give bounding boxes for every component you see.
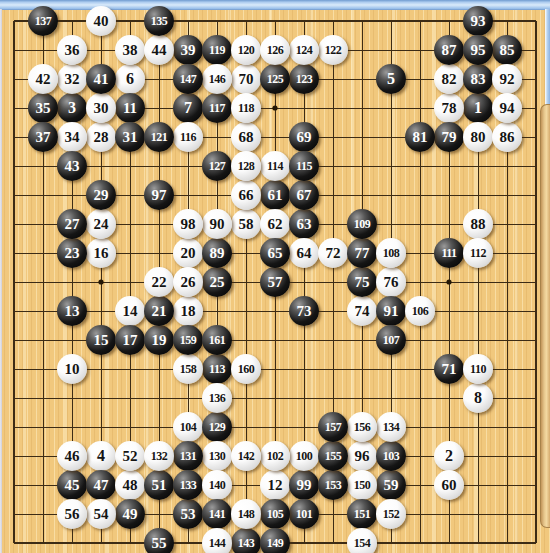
stone-black-15: 15 [86,325,116,355]
stone-white-74: 74 [347,296,377,326]
stone-white-82: 82 [434,64,464,94]
stone-black-137: 137 [28,6,58,36]
stone-black-41: 41 [86,64,116,94]
stone-black-63: 63 [289,209,319,239]
stone-black-105: 105 [260,499,290,529]
stone-black-101: 101 [289,499,319,529]
stone-black-11: 11 [115,93,145,123]
stone-white-114: 114 [260,151,290,181]
stone-black-79: 79 [434,122,464,152]
stone-black-75: 75 [347,267,377,297]
stone-white-140: 140 [202,470,232,500]
stone-white-90: 90 [202,209,232,239]
stone-black-99: 99 [289,470,319,500]
stone-white-126: 126 [260,35,290,65]
stone-black-71: 71 [434,354,464,384]
stone-black-31: 31 [115,122,145,152]
stone-white-98: 98 [173,209,203,239]
stone-white-100: 100 [289,441,319,471]
stone-black-59: 59 [376,470,406,500]
right-scrollbar-edge[interactable] [540,104,550,528]
stone-white-104: 104 [173,412,203,442]
stone-white-96: 96 [347,441,377,471]
hoshi-point [272,105,277,110]
stone-black-73: 73 [289,296,319,326]
stone-white-16: 16 [86,238,116,268]
stone-black-129: 129 [202,412,232,442]
stone-black-111: 111 [434,238,464,268]
stone-white-78: 78 [434,93,464,123]
stone-white-2: 2 [434,441,464,471]
stone-black-23: 23 [57,238,87,268]
stone-black-109: 109 [347,209,377,239]
stone-white-86: 86 [492,122,522,152]
stone-white-118: 118 [231,93,261,123]
stone-white-152: 152 [376,499,406,529]
stone-black-27: 27 [57,209,87,239]
stone-white-132: 132 [144,441,174,471]
stone-black-13: 13 [57,296,87,326]
stone-black-103: 103 [376,441,406,471]
stone-white-134: 134 [376,412,406,442]
stone-black-25: 25 [202,267,232,297]
stone-black-55: 55 [144,528,174,553]
stone-white-148: 148 [231,499,261,529]
stone-black-57: 57 [260,267,290,297]
stone-black-7: 7 [173,93,203,123]
stone-black-89: 89 [202,238,232,268]
stone-white-54: 54 [86,499,116,529]
stone-black-95: 95 [463,35,493,65]
window-left-edge [0,9,2,553]
stone-black-81: 81 [405,122,435,152]
stone-white-46: 46 [57,441,87,471]
stone-white-36: 36 [57,35,87,65]
stone-black-161: 161 [202,325,232,355]
stone-black-69: 69 [289,122,319,152]
stone-black-51: 51 [144,470,174,500]
stone-white-70: 70 [231,64,261,94]
stone-white-42: 42 [28,64,58,94]
stone-white-24: 24 [86,209,116,239]
stone-black-67: 67 [289,180,319,210]
stone-white-122: 122 [318,35,348,65]
stone-black-35: 35 [28,93,58,123]
stone-black-19: 19 [144,325,174,355]
stone-black-93: 93 [463,6,493,36]
stone-white-64: 64 [289,238,319,268]
stone-black-153: 153 [318,470,348,500]
stone-black-53: 53 [173,499,203,529]
stone-white-124: 124 [289,35,319,65]
stone-white-28: 28 [86,122,116,152]
stone-white-158: 158 [173,354,203,384]
stone-black-107: 107 [376,325,406,355]
stone-black-143: 143 [231,528,261,553]
stone-white-60: 60 [434,470,464,500]
stone-white-146: 146 [202,64,232,94]
stone-black-17: 17 [115,325,145,355]
stone-black-131: 131 [173,441,203,471]
stone-white-136: 136 [202,383,232,413]
stone-black-3: 3 [57,93,87,123]
stone-white-6: 6 [115,64,145,94]
stone-black-29: 29 [86,180,116,210]
stone-white-10: 10 [57,354,87,384]
stone-black-37: 37 [28,122,58,152]
stone-black-91: 91 [376,296,406,326]
stone-white-80: 80 [463,122,493,152]
stone-white-22: 22 [144,267,174,297]
stone-white-8: 8 [463,383,493,413]
stone-white-102: 102 [260,441,290,471]
stone-white-120: 120 [231,35,261,65]
stone-white-144: 144 [202,528,232,553]
stone-black-125: 125 [260,64,290,94]
stone-black-87: 87 [434,35,464,65]
stone-white-30: 30 [86,93,116,123]
stone-white-18: 18 [173,296,203,326]
stone-white-94: 94 [492,93,522,123]
stone-white-72: 72 [318,238,348,268]
stone-white-48: 48 [115,470,145,500]
stone-white-38: 38 [115,35,145,65]
stone-white-88: 88 [463,209,493,239]
stone-white-44: 44 [144,35,174,65]
stone-white-66: 66 [231,180,261,210]
stone-black-113: 113 [202,354,232,384]
stone-white-142: 142 [231,441,261,471]
stone-black-133: 133 [173,470,203,500]
stone-black-77: 77 [347,238,377,268]
hoshi-point [98,279,103,284]
stone-black-45: 45 [57,470,87,500]
stone-white-58: 58 [231,209,261,239]
stone-black-83: 83 [463,64,493,94]
stone-black-119: 119 [202,35,232,65]
go-board[interactable]: 1234567810111213141516171819202122232425… [0,0,550,553]
stone-white-112: 112 [463,238,493,268]
stone-black-149: 149 [260,528,290,553]
stone-white-4: 4 [86,441,116,471]
stone-white-34: 34 [57,122,87,152]
stone-black-135: 135 [144,6,174,36]
stone-white-154: 154 [347,528,377,553]
stone-white-130: 130 [202,441,232,471]
stone-white-128: 128 [231,151,261,181]
stone-black-155: 155 [318,441,348,471]
stone-black-159: 159 [173,325,203,355]
stone-black-85: 85 [492,35,522,65]
stone-white-12: 12 [260,470,290,500]
stone-black-117: 117 [202,93,232,123]
stone-black-115: 115 [289,151,319,181]
stone-white-106: 106 [405,296,435,326]
stone-black-43: 43 [57,151,87,181]
stone-white-150: 150 [347,470,377,500]
stone-black-21: 21 [144,296,174,326]
stone-white-14: 14 [115,296,145,326]
stone-white-26: 26 [173,267,203,297]
stone-white-68: 68 [231,122,261,152]
stone-black-5: 5 [376,64,406,94]
stone-black-49: 49 [115,499,145,529]
stone-white-108: 108 [376,238,406,268]
stone-white-32: 32 [57,64,87,94]
stone-black-157: 157 [318,412,348,442]
stone-white-160: 160 [231,354,261,384]
window-right-border [545,9,550,105]
stone-black-127: 127 [202,151,232,181]
stone-white-76: 76 [376,267,406,297]
stone-black-121: 121 [144,122,174,152]
hoshi-point [446,279,451,284]
stone-black-123: 123 [289,64,319,94]
stone-white-156: 156 [347,412,377,442]
stone-black-141: 141 [202,499,232,529]
stone-white-110: 110 [463,354,493,384]
stone-black-39: 39 [173,35,203,65]
stone-black-147: 147 [173,64,203,94]
stone-black-1: 1 [463,93,493,123]
stone-black-97: 97 [144,180,174,210]
stone-white-40: 40 [86,6,116,36]
stone-white-20: 20 [173,238,203,268]
stone-white-92: 92 [492,64,522,94]
stone-white-62: 62 [260,209,290,239]
stone-white-116: 116 [173,122,203,152]
stone-black-65: 65 [260,238,290,268]
stone-black-151: 151 [347,499,377,529]
stone-white-56: 56 [57,499,87,529]
stone-black-47: 47 [86,470,116,500]
stone-white-52: 52 [115,441,145,471]
stone-black-61: 61 [260,180,290,210]
